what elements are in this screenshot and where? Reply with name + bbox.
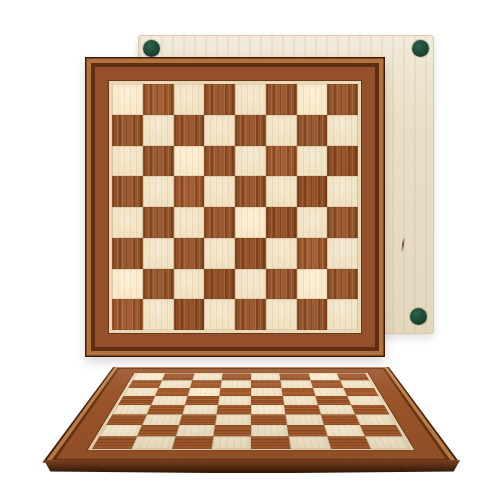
- square-c7: [174, 115, 205, 146]
- square-a6-flat: [123, 388, 159, 396]
- felt-pad-bottom-right-icon: [410, 308, 427, 325]
- square-f3-flat: [286, 415, 324, 425]
- square-e6-flat: [251, 388, 283, 396]
- square-g2: [297, 269, 328, 300]
- square-e5-flat: [251, 396, 284, 405]
- square-a8-flat: [133, 373, 166, 380]
- square-a6: [112, 146, 143, 177]
- square-f8-flat: [280, 373, 311, 380]
- square-a5: [112, 176, 143, 207]
- square-g5: [297, 176, 328, 207]
- square-e3-flat: [251, 415, 287, 425]
- square-e3: [235, 238, 266, 269]
- square-f7-flat: [281, 381, 313, 389]
- square-d3: [204, 238, 235, 269]
- upright-chessboard: [85, 57, 385, 357]
- square-d2: [204, 269, 235, 300]
- square-h5: [327, 176, 358, 207]
- square-e2: [235, 269, 266, 300]
- square-f4: [266, 207, 297, 238]
- square-d7: [204, 115, 235, 146]
- square-g4-flat: [318, 405, 356, 415]
- square-a4-flat: [112, 405, 151, 415]
- square-a7: [112, 115, 143, 146]
- square-h4: [327, 207, 358, 238]
- square-g4: [297, 207, 328, 238]
- square-f8: [266, 84, 297, 115]
- square-g7-flat: [310, 381, 343, 389]
- square-d8-flat: [221, 373, 251, 380]
- square-h3-flat: [355, 415, 396, 425]
- square-e2-flat: [251, 425, 289, 436]
- square-b5: [143, 176, 174, 207]
- square-e4: [235, 207, 266, 238]
- flat-board-grid: [88, 373, 415, 450]
- square-h3: [327, 238, 358, 269]
- square-f5: [266, 176, 297, 207]
- square-d6: [204, 146, 235, 177]
- felt-pad-top-left-icon: [143, 40, 160, 57]
- square-e6: [235, 146, 266, 177]
- square-h7-flat: [340, 381, 374, 389]
- square-c6: [174, 146, 205, 177]
- square-g8: [297, 84, 328, 115]
- chessboard-product-photo: [0, 0, 500, 500]
- square-g3: [297, 238, 328, 269]
- square-h8: [327, 84, 358, 115]
- square-c7-flat: [190, 381, 222, 389]
- square-g6: [297, 146, 328, 177]
- square-g7: [297, 115, 328, 146]
- square-f5-flat: [283, 396, 318, 405]
- square-f4-flat: [284, 405, 320, 415]
- square-f3: [266, 238, 297, 269]
- square-h2-flat: [360, 425, 403, 436]
- square-c8: [174, 84, 205, 115]
- square-a3-flat: [106, 415, 147, 425]
- square-g2-flat: [323, 425, 364, 436]
- square-g1: [297, 299, 328, 330]
- square-d1-flat: [211, 436, 251, 448]
- square-b1: [143, 299, 174, 330]
- square-c5-flat: [185, 396, 220, 405]
- square-c3-flat: [179, 415, 217, 425]
- square-d6-flat: [219, 388, 251, 396]
- square-a1-flat: [92, 436, 137, 448]
- wood-grain-mark: [401, 238, 405, 252]
- square-d3-flat: [215, 415, 251, 425]
- square-f7: [266, 115, 297, 146]
- square-d5: [204, 176, 235, 207]
- square-h7: [327, 115, 358, 146]
- square-f2-flat: [287, 425, 327, 436]
- square-f2: [266, 269, 297, 300]
- square-a7-flat: [128, 381, 162, 389]
- square-c1: [174, 299, 205, 330]
- square-b2: [143, 269, 174, 300]
- square-h1: [327, 299, 358, 330]
- square-h6-flat: [343, 388, 379, 396]
- square-b3: [143, 238, 174, 269]
- square-f1-flat: [289, 436, 331, 448]
- square-g8-flat: [308, 373, 340, 380]
- square-c1-flat: [171, 436, 213, 448]
- square-c6-flat: [187, 388, 220, 396]
- square-h2: [327, 269, 358, 300]
- square-c5: [174, 176, 205, 207]
- square-a4: [112, 207, 143, 238]
- square-b5-flat: [151, 396, 187, 405]
- square-b8: [143, 84, 174, 115]
- flat-board-front-edge: [44, 460, 460, 473]
- square-e1-flat: [251, 436, 291, 448]
- square-d8: [204, 84, 235, 115]
- square-b4: [143, 207, 174, 238]
- square-b8-flat: [162, 373, 194, 380]
- square-g3-flat: [320, 415, 359, 425]
- square-g6-flat: [312, 388, 346, 396]
- square-e5: [235, 176, 266, 207]
- square-c3: [174, 238, 205, 269]
- square-e7: [235, 115, 266, 146]
- square-d7-flat: [220, 381, 251, 389]
- upright-board-grid: [109, 81, 361, 333]
- square-d4: [204, 207, 235, 238]
- square-a8: [112, 84, 143, 115]
- square-a5-flat: [118, 396, 155, 405]
- square-e1: [235, 299, 266, 330]
- square-b6-flat: [155, 388, 189, 396]
- square-h8-flat: [337, 373, 370, 380]
- square-b7-flat: [159, 381, 192, 389]
- square-h5-flat: [347, 396, 384, 405]
- square-d1: [204, 299, 235, 330]
- square-c2-flat: [175, 425, 215, 436]
- square-c4-flat: [182, 405, 218, 415]
- square-b2-flat: [137, 425, 178, 436]
- square-c8-flat: [192, 373, 223, 380]
- square-h4-flat: [351, 405, 390, 415]
- square-b3-flat: [142, 415, 181, 425]
- flat-chessboard: [42, 367, 459, 462]
- square-b4-flat: [147, 405, 185, 415]
- square-e4-flat: [251, 405, 286, 415]
- square-a3: [112, 238, 143, 269]
- square-f6-flat: [282, 388, 315, 396]
- square-h6: [327, 146, 358, 177]
- square-d5-flat: [218, 396, 251, 405]
- square-d4-flat: [216, 405, 251, 415]
- square-c2: [174, 269, 205, 300]
- square-a1: [112, 299, 143, 330]
- square-g5-flat: [315, 396, 351, 405]
- square-g1-flat: [327, 436, 370, 448]
- square-a2-flat: [99, 425, 142, 436]
- square-f6: [266, 146, 297, 177]
- felt-pad-top-right-icon: [412, 40, 429, 57]
- square-c4: [174, 207, 205, 238]
- square-b1-flat: [132, 436, 175, 448]
- square-b6: [143, 146, 174, 177]
- square-b7: [143, 115, 174, 146]
- square-e8: [235, 84, 266, 115]
- square-e7-flat: [251, 381, 282, 389]
- square-a2: [112, 269, 143, 300]
- square-f1: [266, 299, 297, 330]
- square-d2-flat: [213, 425, 251, 436]
- square-h1-flat: [365, 436, 410, 448]
- square-e8-flat: [251, 373, 281, 380]
